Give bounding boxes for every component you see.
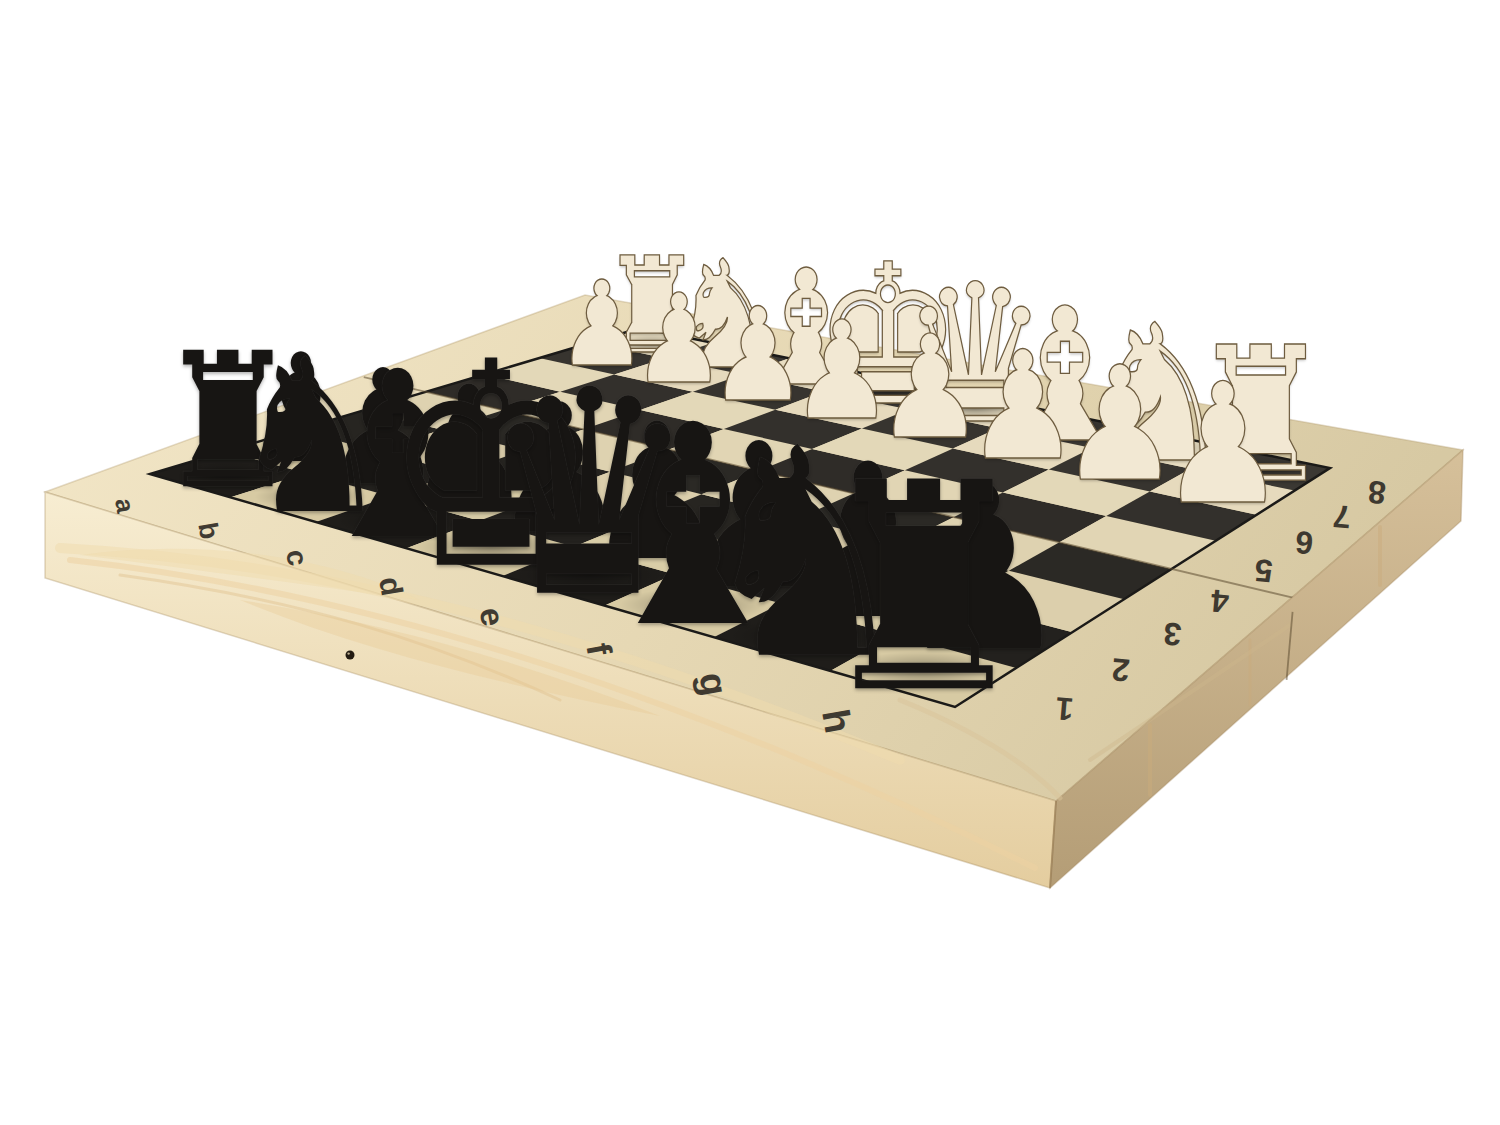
rank-label-8: 8 [1366, 474, 1387, 511]
photo-scene: abcdefgh12345678 ♜♞♝♚♛♝♞♜♟♟♟♟♟♟♟♟♟♟♟♟♟♟♟… [0, 0, 1500, 1125]
rank-label-4: 4 [1209, 582, 1230, 619]
rank-label-2: 2 [1110, 651, 1131, 688]
piece-white-pawn-h7[interactable]: ♟ [1159, 361, 1286, 528]
rank-label-3: 3 [1162, 615, 1183, 652]
rank-label-5: 5 [1253, 552, 1274, 589]
nail-dot [346, 651, 355, 660]
piece-black-rook-h1[interactable]: ♜ [814, 445, 1033, 732]
nail-dot-highlight [347, 652, 349, 654]
rank-label-6: 6 [1294, 524, 1315, 561]
rank-label-7: 7 [1331, 498, 1352, 535]
